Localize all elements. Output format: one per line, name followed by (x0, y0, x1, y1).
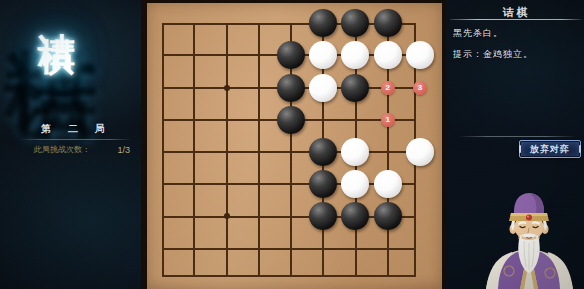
go-master-character (474, 187, 584, 289)
black-stone (341, 202, 369, 230)
hint-marker-2: 2 (381, 81, 395, 95)
board-cell-1-5[interactable] (146, 136, 178, 168)
board-cell-6-1[interactable] (307, 7, 339, 39)
board-cell-8-5[interactable] (372, 136, 404, 168)
board-cell-8-7[interactable] (372, 200, 404, 232)
board-cell-7-3[interactable] (339, 71, 371, 103)
board-cell-3-7[interactable] (210, 200, 242, 232)
board-cell-9-3[interactable]: 3 (404, 71, 436, 103)
white-stone (341, 170, 369, 198)
board-cell-5-8[interactable] (275, 233, 307, 265)
panel-bottom-divider (458, 136, 576, 137)
board-cell-5-9[interactable] (275, 265, 307, 289)
board-cell-4-6[interactable] (243, 168, 275, 200)
board-cell-2-2[interactable] (178, 39, 210, 71)
board-cell-6-7[interactable] (307, 200, 339, 232)
go-board[interactable]: 231 (141, 0, 446, 289)
board-cell-4-4[interactable] (243, 104, 275, 136)
objective-text: 黑先杀白。 (453, 27, 503, 40)
board-cell-1-4[interactable] (146, 104, 178, 136)
board-cell-2-7[interactable] (178, 200, 210, 232)
board-cell-3-5[interactable] (210, 136, 242, 168)
white-stone (406, 41, 434, 69)
puzzle-title-vertical: 诘棋 (38, 4, 75, 14)
give-up-button[interactable]: 放弃对弈 (519, 140, 581, 158)
attempts-label: 此局挑战次数： (34, 144, 90, 155)
board-cell-8-9[interactable] (372, 265, 404, 289)
board-cell-2-1[interactable] (178, 7, 210, 39)
panel-title-divider (450, 19, 582, 20)
board-cell-2-8[interactable] (178, 233, 210, 265)
board-cell-4-5[interactable] (243, 136, 275, 168)
board-cell-3-4[interactable] (210, 104, 242, 136)
board-cell-1-2[interactable] (146, 39, 178, 71)
board-cell-7-9[interactable] (339, 265, 371, 289)
board-cell-3-2[interactable] (210, 39, 242, 71)
board-cell-5-3[interactable] (275, 71, 307, 103)
board-cell-1-6[interactable] (146, 168, 178, 200)
white-stone (309, 74, 337, 102)
board-cell-9-8[interactable] (404, 233, 436, 265)
board-cell-5-6[interactable] (275, 168, 307, 200)
board-cell-3-9[interactable] (210, 265, 242, 289)
white-stone (309, 41, 337, 69)
board-cell-3-3[interactable] (210, 71, 242, 103)
board-cell-9-1[interactable] (404, 7, 436, 39)
board-cell-6-8[interactable] (307, 233, 339, 265)
board-cell-8-2[interactable] (372, 39, 404, 71)
board-cell-5-4[interactable] (275, 104, 307, 136)
star-point (224, 85, 230, 91)
white-stone (374, 170, 402, 198)
white-stone (374, 41, 402, 69)
board-cell-7-8[interactable] (339, 233, 371, 265)
board-cell-1-1[interactable] (146, 7, 178, 39)
board-cell-9-6[interactable] (404, 168, 436, 200)
black-stone (277, 41, 305, 69)
black-stone (341, 74, 369, 102)
sidebar-divider (20, 139, 132, 140)
board-cell-5-5[interactable] (275, 136, 307, 168)
board-cell-7-5[interactable] (339, 136, 371, 168)
hint-text: 提示：金鸡独立。 (453, 48, 533, 61)
black-stone (309, 170, 337, 198)
board-cell-1-9[interactable] (146, 265, 178, 289)
left-sidebar: 诘棋 诘棋 第 二 局 此局挑战次数： 1/3 (0, 0, 141, 289)
board-grid: 231 (146, 7, 436, 289)
board-cell-6-2[interactable] (307, 39, 339, 71)
board-cell-9-9[interactable] (404, 265, 436, 289)
board-cell-9-2[interactable] (404, 39, 436, 71)
board-cell-1-7[interactable] (146, 200, 178, 232)
board-cell-6-5[interactable] (307, 136, 339, 168)
hint-marker-3: 3 (413, 81, 427, 95)
board-cell-3-1[interactable] (210, 7, 242, 39)
board-cell-3-8[interactable] (210, 233, 242, 265)
white-stone (341, 138, 369, 166)
black-stone (309, 9, 337, 37)
black-stone (341, 9, 369, 37)
black-stone (309, 202, 337, 230)
board-cell-4-2[interactable] (243, 39, 275, 71)
white-stone (406, 138, 434, 166)
board-cell-9-5[interactable] (404, 136, 436, 168)
black-stone (374, 202, 402, 230)
board-cell-5-2[interactable] (275, 39, 307, 71)
board-cell-6-3[interactable] (307, 71, 339, 103)
black-stone (309, 138, 337, 166)
board-cell-7-2[interactable] (339, 39, 371, 71)
board-cell-7-7[interactable] (339, 200, 371, 232)
board-cell-6-9[interactable] (307, 265, 339, 289)
board-cell-7-6[interactable] (339, 168, 371, 200)
panel-title: 诘棋 (446, 5, 584, 20)
board-cell-2-6[interactable] (178, 168, 210, 200)
board-cell-2-3[interactable] (178, 71, 210, 103)
board-cell-9-4[interactable] (404, 104, 436, 136)
attempts-value: 1/3 (117, 145, 130, 155)
board-cell-6-4[interactable] (307, 104, 339, 136)
white-stone (341, 41, 369, 69)
board-cell-4-9[interactable] (243, 265, 275, 289)
board-cell-4-8[interactable] (243, 233, 275, 265)
board-cell-4-3[interactable] (243, 71, 275, 103)
board-cell-8-8[interactable] (372, 233, 404, 265)
board-cell-5-7[interactable] (275, 200, 307, 232)
board-cell-2-4[interactable] (178, 104, 210, 136)
board-cell-5-1[interactable] (275, 7, 307, 39)
board-cell-8-6[interactable] (372, 168, 404, 200)
board-cell-1-8[interactable] (146, 233, 178, 265)
board-cell-3-6[interactable] (210, 168, 242, 200)
board-cell-2-9[interactable] (178, 265, 210, 289)
board-cell-7-4[interactable] (339, 104, 371, 136)
black-stone (374, 9, 402, 37)
star-point (224, 213, 230, 219)
hint-marker-1: 1 (381, 113, 395, 127)
board-cell-8-4[interactable]: 1 (372, 104, 404, 136)
board-cell-8-1[interactable] (372, 7, 404, 39)
board-cell-8-3[interactable]: 2 (372, 71, 404, 103)
board-cell-2-5[interactable] (178, 136, 210, 168)
black-stone (277, 74, 305, 102)
board-cell-1-3[interactable] (146, 71, 178, 103)
board-cell-9-7[interactable] (404, 200, 436, 232)
attempts-row: 此局挑战次数： 1/3 (34, 144, 130, 155)
round-label: 第 二 局 (8, 122, 138, 136)
board-cell-6-6[interactable] (307, 168, 339, 200)
black-stone (277, 106, 305, 134)
board-cell-4-1[interactable] (243, 7, 275, 39)
board-cell-4-7[interactable] (243, 200, 275, 232)
board-cell-7-1[interactable] (339, 7, 371, 39)
